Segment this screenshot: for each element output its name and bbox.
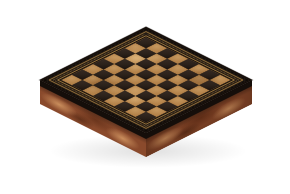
product-photo-scene — [0, 0, 290, 194]
